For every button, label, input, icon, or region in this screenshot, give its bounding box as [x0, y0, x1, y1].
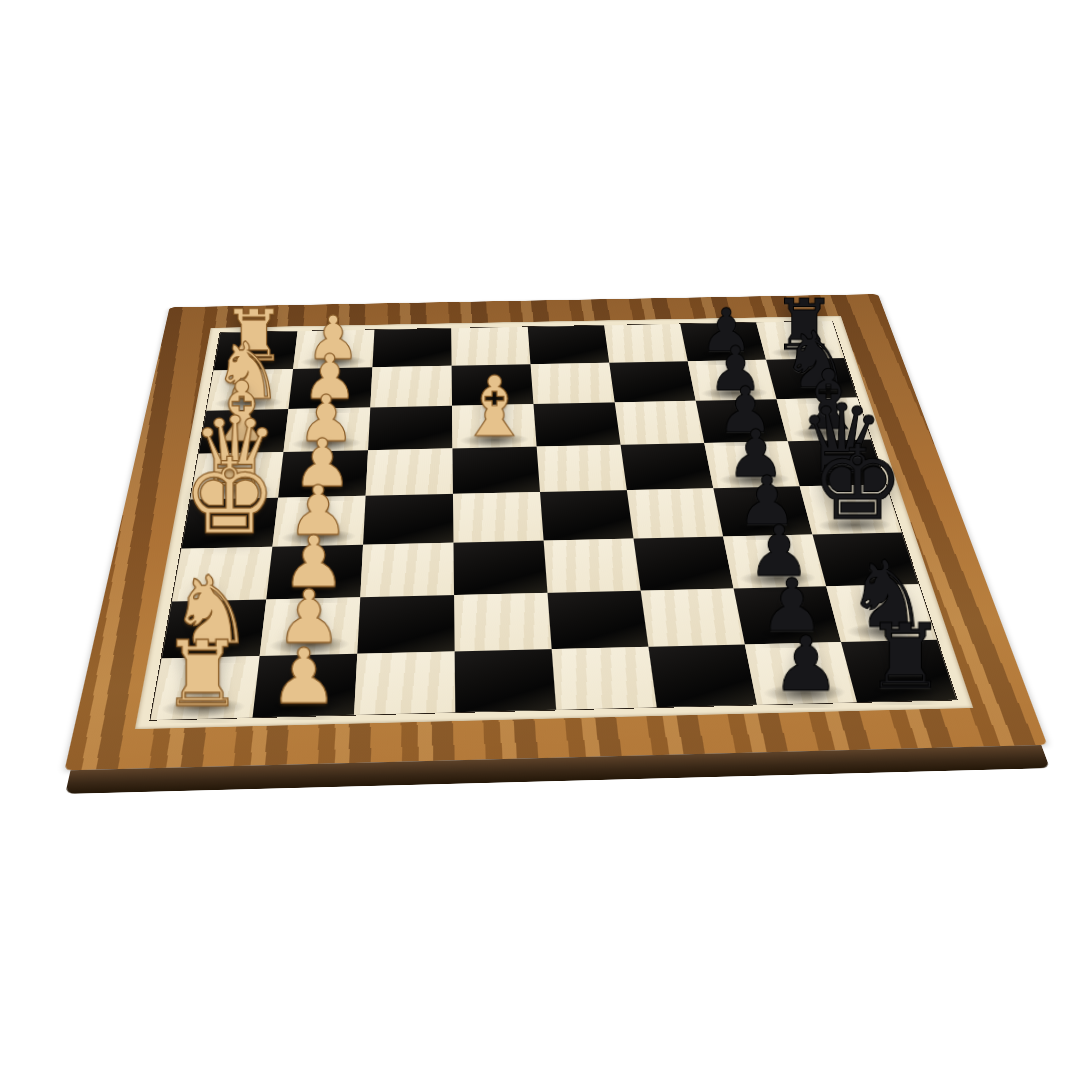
square-b3[interactable]: [370, 366, 452, 408]
square-h4[interactable]: [455, 649, 557, 712]
chess-piece-white-bishop-c4[interactable]: ♝: [452, 368, 536, 447]
square-d4[interactable]: [452, 447, 540, 494]
square-d5[interactable]: [537, 445, 627, 492]
piece-anchor-h1: ♜: [151, 656, 260, 720]
piece-anchor-e1: ♚: [181, 498, 278, 549]
square-d3[interactable]: [366, 448, 453, 495]
square-a3[interactable]: [372, 328, 451, 367]
chessboard-3d: ♜♟♟♜♞♟♟♞♝♟♝♟♝♛♟♟♛♚♟♟♚♟♟♞♟♟♞♜♟♟♜: [64, 294, 1047, 770]
square-g4[interactable]: [454, 593, 552, 652]
square-a5[interactable]: [528, 325, 610, 364]
square-g3[interactable]: [357, 595, 454, 654]
square-c6[interactable]: [615, 401, 705, 445]
square-e4[interactable]: [453, 492, 544, 543]
piece-anchor-h2: ♟: [253, 654, 358, 718]
square-b6[interactable]: [609, 361, 696, 402]
chess-piece-white-pawn-h2[interactable]: ♟: [253, 642, 354, 715]
square-h8[interactable]: ♜: [841, 640, 957, 702]
scene: ♜♟♟♜♞♟♟♞♝♟♝♟♝♛♟♟♛♚♟♟♚♟♟♞♟♟♞♜♟♟♜: [0, 0, 1080, 1080]
square-e6[interactable]: [627, 488, 723, 538]
playing-field: ♜♟♟♜♞♟♟♞♝♟♝♟♝♛♟♟♛♚♟♟♚♟♟♞♟♟♞♜♟♟♜: [151, 321, 957, 720]
chess-piece-black-rook-h8[interactable]: ♜: [855, 614, 955, 699]
square-h7[interactable]: ♟: [745, 642, 857, 705]
square-e5[interactable]: [540, 490, 634, 541]
square-h1[interactable]: ♜: [151, 656, 260, 720]
square-d6[interactable]: [621, 443, 714, 490]
square-h3[interactable]: [354, 651, 455, 714]
board-frame: ♜♟♟♜♞♟♟♞♝♟♝♟♝♛♟♟♛♚♟♟♚♟♟♞♟♟♞♜♟♟♜: [64, 294, 1047, 770]
square-e1[interactable]: ♚: [181, 498, 278, 549]
square-c4[interactable]: ♝: [452, 404, 537, 448]
square-h5[interactable]: [552, 647, 657, 710]
square-g5[interactable]: [547, 591, 648, 649]
square-h6[interactable]: [648, 644, 757, 707]
piece-anchor-h8: ♜: [841, 640, 957, 702]
square-e3[interactable]: [363, 494, 453, 545]
chess-piece-black-pawn-h7[interactable]: ♟: [756, 629, 856, 701]
board-side-face: [65, 745, 1050, 794]
chess-piece-white-king-e1[interactable]: ♚: [183, 448, 273, 548]
square-g6[interactable]: [641, 589, 745, 647]
square-b5[interactable]: [531, 363, 615, 404]
piece-anchor-h7: ♟: [745, 642, 857, 705]
chess-piece-white-rook-h1[interactable]: ♜: [152, 631, 253, 717]
piece-anchor-c4: ♝: [452, 404, 537, 448]
square-a6[interactable]: [604, 324, 688, 363]
square-h2[interactable]: ♟: [253, 654, 358, 718]
